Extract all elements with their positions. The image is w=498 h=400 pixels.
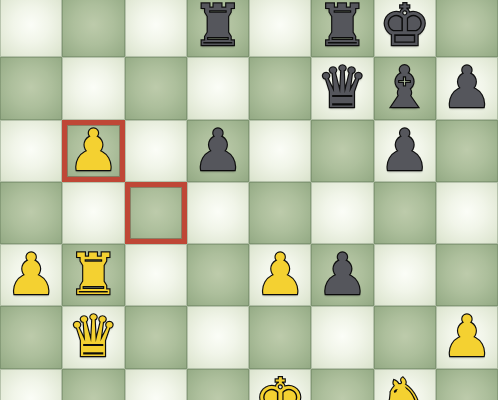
square-h5[interactable]: [436, 182, 498, 244]
black-pawn[interactable]: ♟: [379, 119, 430, 181]
square-e8[interactable]: [249, 0, 311, 57]
square-b4[interactable]: ♜: [62, 244, 124, 306]
white-king[interactable]: ♚: [255, 368, 306, 400]
square-f4[interactable]: ♟: [311, 244, 373, 306]
white-pawn[interactable]: ♟: [68, 119, 119, 181]
square-f8[interactable]: ♜: [311, 0, 373, 57]
square-g4[interactable]: [374, 244, 436, 306]
square-h3[interactable]: ♟: [436, 306, 498, 368]
square-b3[interactable]: ♛: [62, 306, 124, 368]
square-f7[interactable]: ♛: [311, 57, 373, 119]
square-e7[interactable]: [249, 57, 311, 119]
square-g5[interactable]: [374, 182, 436, 244]
square-d7[interactable]: [187, 57, 249, 119]
square-f3[interactable]: [311, 306, 373, 368]
square-f5[interactable]: [311, 182, 373, 244]
square-g2[interactable]: ♞: [374, 369, 436, 400]
square-h4[interactable]: [436, 244, 498, 306]
square-d8[interactable]: ♜: [187, 0, 249, 57]
square-b7[interactable]: [62, 57, 124, 119]
square-f2[interactable]: [311, 369, 373, 400]
black-queen[interactable]: ♛: [317, 56, 368, 118]
square-c4[interactable]: [125, 244, 187, 306]
white-pawn[interactable]: ♟: [255, 243, 306, 305]
square-a2[interactable]: [0, 369, 62, 400]
square-f6[interactable]: [311, 120, 373, 182]
square-g8[interactable]: ♚: [374, 0, 436, 57]
black-rook[interactable]: ♜: [192, 0, 243, 56]
white-queen[interactable]: ♛: [68, 305, 119, 367]
square-c7[interactable]: [125, 57, 187, 119]
square-g7[interactable]: ♝: [374, 57, 436, 119]
square-e3[interactable]: [249, 306, 311, 368]
square-h2[interactable]: [436, 369, 498, 400]
square-e6[interactable]: [249, 120, 311, 182]
chess-board: ♜♜♚♛♝♟♟♟♟♟♜♟♟♛♟♚♞: [0, 0, 498, 400]
square-g6[interactable]: ♟: [374, 120, 436, 182]
white-pawn[interactable]: ♟: [6, 243, 57, 305]
white-knight[interactable]: ♞: [379, 368, 430, 400]
white-rook[interactable]: ♜: [68, 243, 119, 305]
black-pawn[interactable]: ♟: [441, 56, 492, 118]
square-h7[interactable]: ♟: [436, 57, 498, 119]
square-a5[interactable]: [0, 182, 62, 244]
black-pawn[interactable]: ♟: [192, 119, 243, 181]
square-a6[interactable]: [0, 120, 62, 182]
black-king[interactable]: ♚: [379, 0, 430, 56]
square-b2[interactable]: [62, 369, 124, 400]
square-h6[interactable]: [436, 120, 498, 182]
square-d2[interactable]: [187, 369, 249, 400]
black-rook[interactable]: ♜: [317, 0, 368, 56]
square-g3[interactable]: [374, 306, 436, 368]
square-c6[interactable]: [125, 120, 187, 182]
black-pawn[interactable]: ♟: [317, 243, 368, 305]
square-c3[interactable]: [125, 306, 187, 368]
square-a3[interactable]: [0, 306, 62, 368]
square-b5[interactable]: [62, 182, 124, 244]
black-bishop[interactable]: ♝: [379, 56, 430, 118]
square-a4[interactable]: ♟: [0, 244, 62, 306]
square-d5[interactable]: [187, 182, 249, 244]
square-c5[interactable]: [125, 182, 187, 244]
square-c2[interactable]: [125, 369, 187, 400]
square-e4[interactable]: ♟: [249, 244, 311, 306]
square-b8[interactable]: [62, 0, 124, 57]
square-h8[interactable]: [436, 0, 498, 57]
square-e5[interactable]: [249, 182, 311, 244]
square-a8[interactable]: [0, 0, 62, 57]
square-d3[interactable]: [187, 306, 249, 368]
square-a7[interactable]: [0, 57, 62, 119]
square-b6[interactable]: ♟: [62, 120, 124, 182]
square-d6[interactable]: ♟: [187, 120, 249, 182]
square-e2[interactable]: ♚: [249, 369, 311, 400]
chess-board-viewport: ♜♜♚♛♝♟♟♟♟♟♜♟♟♛♟♚♞: [0, 0, 498, 400]
square-c8[interactable]: [125, 0, 187, 57]
white-pawn[interactable]: ♟: [441, 305, 492, 367]
square-d4[interactable]: [187, 244, 249, 306]
